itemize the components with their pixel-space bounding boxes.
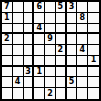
cell-r4c9[interactable] xyxy=(88,34,99,45)
cell-r9c7[interactable] xyxy=(67,88,78,99)
cell-r2c3[interactable] xyxy=(24,13,35,24)
cell-r1c5[interactable] xyxy=(45,2,56,13)
cell-r2c6[interactable] xyxy=(56,13,67,24)
cell-r8c5[interactable] xyxy=(45,77,56,88)
cell-r4c4[interactable] xyxy=(34,34,45,45)
cell-r5c8[interactable]: 4 xyxy=(77,45,88,56)
cell-r8c6[interactable] xyxy=(56,77,67,88)
cell-r6c5[interactable] xyxy=(45,56,56,67)
cell-r6c3[interactable] xyxy=(24,56,35,67)
cell-r5c6[interactable]: 2 xyxy=(56,45,67,56)
cell-r3c3[interactable] xyxy=(24,24,35,35)
cell-r4c1[interactable]: 2 xyxy=(2,34,13,45)
cell-r2c4[interactable] xyxy=(34,13,45,24)
cell-r6c2[interactable] xyxy=(13,56,24,67)
cell-r5c1[interactable] xyxy=(2,45,13,56)
cell-r8c4[interactable] xyxy=(34,77,45,88)
cell-r3c8[interactable] xyxy=(77,24,88,35)
cell-r7c2[interactable] xyxy=(13,67,24,78)
cell-r3c4[interactable]: 4 xyxy=(34,24,45,35)
cell-r8c3[interactable] xyxy=(24,77,35,88)
cell-r6c7[interactable] xyxy=(67,56,78,67)
cell-r3c1[interactable] xyxy=(2,24,13,35)
cell-r2c5[interactable] xyxy=(45,13,56,24)
cell-r7c4[interactable]: 1 xyxy=(34,67,45,78)
cell-r9c9[interactable] xyxy=(88,88,99,99)
cell-r6c9[interactable]: 1 xyxy=(88,56,99,67)
cell-r8c9[interactable] xyxy=(88,77,99,88)
cell-r9c2[interactable] xyxy=(13,88,24,99)
cell-r1c2[interactable] xyxy=(13,2,24,13)
cell-r7c7[interactable] xyxy=(67,67,78,78)
sudoku-board: 76531842924131452 xyxy=(0,0,101,101)
cell-r4c7[interactable] xyxy=(67,34,78,45)
cell-r7c6[interactable] xyxy=(56,67,67,78)
cell-r9c3[interactable] xyxy=(24,88,35,99)
cell-r1c1[interactable]: 7 xyxy=(2,2,13,13)
cell-r6c4[interactable] xyxy=(34,56,45,67)
cell-r3c9[interactable] xyxy=(88,24,99,35)
cell-r2c9[interactable] xyxy=(88,13,99,24)
cell-r5c5[interactable] xyxy=(45,45,56,56)
cell-r9c1[interactable] xyxy=(2,88,13,99)
cell-r5c2[interactable] xyxy=(13,45,24,56)
cell-r1c9[interactable] xyxy=(88,2,99,13)
cell-r7c8[interactable] xyxy=(77,67,88,78)
cell-r1c7[interactable]: 3 xyxy=(67,2,78,13)
cell-r3c7[interactable] xyxy=(67,24,78,35)
cell-r7c5[interactable] xyxy=(45,67,56,78)
cell-r4c5[interactable]: 9 xyxy=(45,34,56,45)
cell-r6c1[interactable] xyxy=(2,56,13,67)
cell-r6c8[interactable] xyxy=(77,56,88,67)
cell-r1c8[interactable] xyxy=(77,2,88,13)
cell-r1c3[interactable] xyxy=(24,2,35,13)
cell-r5c9[interactable] xyxy=(88,45,99,56)
cell-r8c2[interactable]: 4 xyxy=(13,77,24,88)
cell-r3c2[interactable] xyxy=(13,24,24,35)
cell-r4c2[interactable] xyxy=(13,34,24,45)
cell-r2c1[interactable]: 1 xyxy=(2,13,13,24)
cell-r3c6[interactable] xyxy=(56,24,67,35)
cell-r2c8[interactable]: 8 xyxy=(77,13,88,24)
cell-r7c9[interactable] xyxy=(88,67,99,78)
cell-r4c6[interactable] xyxy=(56,34,67,45)
cell-r8c8[interactable] xyxy=(77,77,88,88)
cell-r7c3[interactable]: 3 xyxy=(24,67,35,78)
cell-r1c6[interactable]: 5 xyxy=(56,2,67,13)
cell-r1c4[interactable]: 6 xyxy=(34,2,45,13)
cell-r9c5[interactable]: 2 xyxy=(45,88,56,99)
cell-r9c8[interactable] xyxy=(77,88,88,99)
cell-r6c6[interactable] xyxy=(56,56,67,67)
cell-r4c3[interactable] xyxy=(24,34,35,45)
cell-r5c3[interactable] xyxy=(24,45,35,56)
cell-r2c7[interactable] xyxy=(67,13,78,24)
cell-r7c1[interactable] xyxy=(2,67,13,78)
cell-r8c7[interactable]: 5 xyxy=(67,77,78,88)
cell-r9c4[interactable] xyxy=(34,88,45,99)
cell-r5c7[interactable] xyxy=(67,45,78,56)
cell-r4c8[interactable] xyxy=(77,34,88,45)
cell-r2c2[interactable] xyxy=(13,13,24,24)
cell-r8c1[interactable] xyxy=(2,77,13,88)
cell-r5c4[interactable] xyxy=(34,45,45,56)
cell-r3c5[interactable] xyxy=(45,24,56,35)
cell-r9c6[interactable] xyxy=(56,88,67,99)
